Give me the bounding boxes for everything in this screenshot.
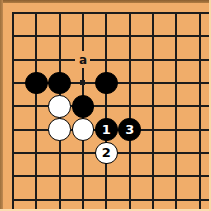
grid-line-v-1 bbox=[12, 12, 14, 211]
grid-line-v-9 bbox=[199, 12, 201, 211]
grid-line-h-3 bbox=[12, 59, 211, 61]
white-stone bbox=[72, 118, 95, 141]
move-1-stone: 1 bbox=[95, 118, 118, 141]
grid-line-v-5 bbox=[105, 12, 107, 211]
grid-line-h-9 bbox=[12, 199, 211, 201]
grid-line-h-8 bbox=[12, 175, 211, 177]
move-2-stone: 2 bbox=[95, 142, 118, 165]
grid-line-h-1 bbox=[12, 12, 211, 14]
black-stone bbox=[95, 72, 118, 95]
go-diagram-image: a123 bbox=[0, 0, 211, 211]
board-bevel-left bbox=[0, 0, 3, 211]
board-bevel-bottom bbox=[0, 209, 211, 211]
grid-line-h-5 bbox=[12, 105, 211, 107]
grid-line-h-2 bbox=[12, 35, 211, 37]
go-board: a123 bbox=[0, 0, 211, 211]
grid-line-v-2 bbox=[35, 12, 37, 211]
black-stone bbox=[72, 95, 95, 118]
hoshi-point bbox=[80, 80, 85, 85]
point-label-a: a bbox=[75, 51, 90, 68]
white-stone bbox=[48, 118, 71, 141]
board-bevel-top bbox=[0, 0, 211, 3]
move-3-stone: 3 bbox=[118, 118, 141, 141]
board-bevel-right bbox=[209, 0, 211, 211]
white-stone bbox=[48, 95, 71, 118]
grid-line-v-8 bbox=[175, 12, 177, 211]
black-stone bbox=[25, 72, 48, 95]
black-stone bbox=[48, 72, 71, 95]
grid-line-v-6 bbox=[129, 12, 131, 211]
grid-line-v-7 bbox=[152, 12, 154, 211]
